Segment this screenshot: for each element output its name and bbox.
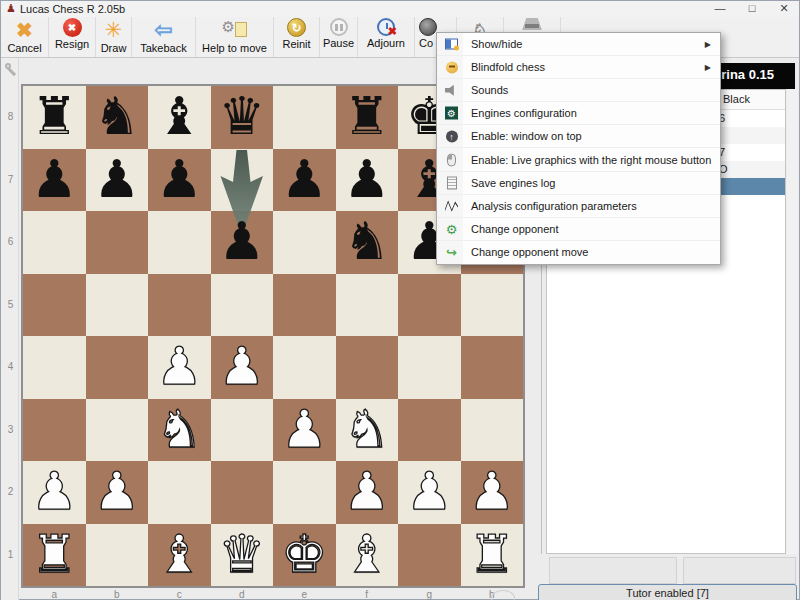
white-clock-box xyxy=(549,557,677,584)
square-g1[interactable] xyxy=(398,524,461,587)
toolbar-button-label: Reinit xyxy=(282,38,310,50)
square-f6[interactable]: ♞ xyxy=(336,211,399,274)
square-a6[interactable] xyxy=(23,211,86,274)
white-piece-n[interactable]: ♞ xyxy=(336,399,399,462)
black-clock-box xyxy=(683,557,796,584)
square-g2[interactable]: ♟ xyxy=(398,461,461,524)
square-f7[interactable]: ♟ xyxy=(336,149,399,212)
toolbar-button-label: Draw xyxy=(101,42,127,54)
context-menu: Show/hide▶Blindfold chess▶Sounds⚙Engines… xyxy=(436,32,721,265)
menu-item-label: Analysis configuration parameters xyxy=(471,200,637,212)
rank-label-1: 1 xyxy=(4,524,17,587)
takeback-icon: ⇦ xyxy=(152,18,176,41)
gear-green-icon: ⚙ xyxy=(444,221,459,236)
black-piece-p[interactable]: ♟ xyxy=(336,149,399,212)
black-piece-p[interactable]: ♟ xyxy=(86,149,149,212)
square-h2[interactable]: ♟ xyxy=(461,461,524,524)
square-e8[interactable] xyxy=(273,86,336,149)
square-h1[interactable]: ♜ xyxy=(461,524,524,587)
document-icon xyxy=(444,175,459,190)
menu-item-label: Save engines log xyxy=(471,177,555,189)
engine-gear-icon: ⚙ xyxy=(444,106,459,121)
square-f3[interactable]: ♞ xyxy=(336,399,399,462)
square-g3[interactable] xyxy=(398,399,461,462)
app-icon: ♟ xyxy=(6,2,16,15)
wrench-icon[interactable] xyxy=(5,63,19,77)
file-label-g: g xyxy=(398,589,461,600)
scrollbar-strip[interactable] xyxy=(787,89,798,554)
square-e1[interactable]: ♚ xyxy=(273,524,336,587)
mouse-icon xyxy=(444,152,459,167)
menu-item-enable-window-on-top[interactable]: ↑Enable: window on top xyxy=(437,125,720,148)
toolbar-button-label: Takeback xyxy=(140,42,186,54)
black-piece-n[interactable]: ♞ xyxy=(336,211,399,274)
square-d8[interactable]: ♛ xyxy=(211,86,274,149)
square-c5[interactable] xyxy=(148,274,211,337)
white-piece-p[interactable]: ♟ xyxy=(461,461,524,524)
menu-item-change-opponent[interactable]: ⚙Change opponent xyxy=(437,218,720,241)
black-piece-b[interactable]: ♝ xyxy=(148,86,211,149)
square-b1[interactable] xyxy=(86,524,149,587)
black-column-header: Black xyxy=(723,93,750,105)
toolbar-button-label: Adjourn xyxy=(367,37,405,49)
square-b2[interactable]: ♟ xyxy=(86,461,149,524)
white-piece-p[interactable]: ♟ xyxy=(336,461,399,524)
menu-item-label: Sounds xyxy=(471,84,508,96)
square-e6[interactable] xyxy=(273,211,336,274)
square-f5[interactable] xyxy=(336,274,399,337)
rank-label-4: 4 xyxy=(4,336,17,399)
menu-item-engines-configuration[interactable]: ⚙Engines configuration xyxy=(437,102,720,125)
toolbar-button-help-to-move[interactable]: ⚙Help to move xyxy=(196,17,274,57)
white-piece-b[interactable]: ♝ xyxy=(336,524,399,587)
toolbar-button-label: Cancel xyxy=(7,42,41,54)
window-on-top-icon: ↑ xyxy=(444,129,459,144)
square-b6[interactable] xyxy=(86,211,149,274)
rank-label-6: 6 xyxy=(4,211,17,274)
pause-icon xyxy=(330,18,348,36)
square-d6[interactable]: ♟ xyxy=(211,211,274,274)
toolbar-button-label: Resign xyxy=(55,38,89,50)
white-piece-r[interactable]: ♜ xyxy=(23,524,86,587)
window-title: Lucas Chess R 2.05b xyxy=(20,3,125,15)
square-c7[interactable]: ♟ xyxy=(148,149,211,212)
engine-name: rina 0.15 xyxy=(721,67,774,82)
draw-icon: ✳ xyxy=(102,18,126,41)
toolbar-button-label: Pause xyxy=(323,37,354,49)
square-a5[interactable] xyxy=(23,274,86,337)
utilities-icon xyxy=(519,18,545,30)
toolbar-button-takeback[interactable]: ⇦Takeback xyxy=(132,17,196,57)
square-d7[interactable] xyxy=(211,149,274,212)
square-e5[interactable] xyxy=(273,274,336,337)
square-c1[interactable]: ♝ xyxy=(148,524,211,587)
menu-item-show-hide[interactable]: Show/hide▶ xyxy=(437,33,720,56)
rank-label-7: 7 xyxy=(4,149,17,212)
square-e2[interactable] xyxy=(273,461,336,524)
black-piece-p[interactable]: ♟ xyxy=(23,149,86,212)
square-c3[interactable]: ♞ xyxy=(148,399,211,462)
close-button[interactable]: ✕ xyxy=(771,1,797,16)
menu-item-change-opponent-move[interactable]: ↪Change opponent move xyxy=(437,241,720,264)
white-piece-p[interactable]: ♟ xyxy=(273,399,336,462)
white-piece-p[interactable]: ♟ xyxy=(23,461,86,524)
white-piece-p[interactable]: ♟ xyxy=(398,461,461,524)
white-piece-q[interactable]: ♛ xyxy=(211,524,274,587)
tutor-status-bar[interactable]: Tutor enabled [7] xyxy=(538,584,797,600)
square-e3[interactable]: ♟ xyxy=(273,399,336,462)
square-a7[interactable]: ♟ xyxy=(23,149,86,212)
adjourn-icon xyxy=(377,18,395,36)
square-d2[interactable] xyxy=(211,461,274,524)
arrow-green-icon: ↪ xyxy=(444,245,459,260)
square-g5[interactable] xyxy=(398,274,461,337)
white-piece-p[interactable]: ♟ xyxy=(86,461,149,524)
white-piece-b[interactable]: ♝ xyxy=(148,524,211,587)
square-b4[interactable] xyxy=(86,336,149,399)
file-label-f: f xyxy=(336,589,399,600)
square-f2[interactable]: ♟ xyxy=(336,461,399,524)
square-h4[interactable] xyxy=(461,336,524,399)
white-piece-p[interactable]: ♟ xyxy=(211,336,274,399)
file-label-c: c xyxy=(148,589,211,600)
white-piece-p[interactable]: ♟ xyxy=(148,336,211,399)
menu-item-blindfold-chess[interactable]: Blindfold chess▶ xyxy=(437,56,720,79)
menu-item-enable-live-graphics-with-the-right-mouse-button[interactable]: Enable: Live graphics with the right mou… xyxy=(437,148,720,171)
black-piece-q[interactable]: ♛ xyxy=(211,86,274,149)
square-b3[interactable] xyxy=(86,399,149,462)
rank-label-3: 3 xyxy=(4,399,17,462)
waveform-icon xyxy=(444,198,459,213)
square-b5[interactable] xyxy=(86,274,149,337)
menu-item-save-engines-log[interactable]: Save engines log xyxy=(437,172,720,195)
config-icon xyxy=(419,18,437,36)
menu-item-label: Change opponent move xyxy=(471,246,588,258)
white-piece-n[interactable]: ♞ xyxy=(148,399,211,462)
black-piece-r[interactable]: ♜ xyxy=(23,86,86,149)
rank-label-2: 2 xyxy=(4,461,17,524)
toolbar-button-cancel[interactable]: ✖Cancel xyxy=(1,17,49,57)
square-h5[interactable] xyxy=(461,274,524,337)
square-a3[interactable] xyxy=(23,399,86,462)
file-label-a: a xyxy=(23,589,86,600)
white-piece-k[interactable]: ♚ xyxy=(273,524,336,587)
black-piece-r[interactable]: ♜ xyxy=(336,86,399,149)
square-c4[interactable]: ♟ xyxy=(148,336,211,399)
file-label-e: e xyxy=(273,589,336,600)
rank-label-8: 8 xyxy=(4,86,17,149)
square-d1[interactable]: ♛ xyxy=(211,524,274,587)
square-e7[interactable]: ♟ xyxy=(273,149,336,212)
square-a4[interactable] xyxy=(23,336,86,399)
reinit-icon: ↻ xyxy=(287,18,306,37)
square-d3[interactable] xyxy=(211,399,274,462)
toolbar-button-draw[interactable]: ✳Draw xyxy=(96,17,132,57)
file-label-b: b xyxy=(86,589,149,600)
square-c8[interactable]: ♝ xyxy=(148,86,211,149)
square-a1[interactable]: ♜ xyxy=(23,524,86,587)
black-piece-p[interactable]: ♟ xyxy=(148,149,211,212)
square-f1[interactable]: ♝ xyxy=(336,524,399,587)
cancel-icon: ✖ xyxy=(13,18,37,41)
menu-item-label: Enable: window on top xyxy=(471,130,582,142)
square-h3[interactable] xyxy=(461,399,524,462)
help-to-move-icon: ⚙ xyxy=(223,18,247,41)
app-window: ♟ Lucas Chess R 2.05b — □ ✕ ✖Cancel✖Resi… xyxy=(0,0,800,600)
resign-icon: ✖ xyxy=(63,18,82,37)
toolbar-button-adjourn[interactable]: Adjourn xyxy=(358,17,415,57)
toolbar-button-resign[interactable]: ✖Resign xyxy=(49,17,96,57)
white-piece-r[interactable]: ♜ xyxy=(461,524,524,587)
square-a2[interactable]: ♟ xyxy=(23,461,86,524)
toolbar-button-label: Co xyxy=(419,37,433,49)
menu-item-label: Blindfold chess xyxy=(471,61,545,73)
blindfold-icon xyxy=(444,60,459,75)
panels-icon xyxy=(444,37,459,52)
square-f8[interactable]: ♜ xyxy=(336,86,399,149)
square-d4[interactable]: ♟ xyxy=(211,336,274,399)
square-f4[interactable] xyxy=(336,336,399,399)
menu-item-analysis-configuration-parameters[interactable]: Analysis configuration parameters xyxy=(437,195,720,218)
rank-label-5: 5 xyxy=(4,274,17,337)
square-c6[interactable] xyxy=(148,211,211,274)
square-a8[interactable]: ♜ xyxy=(23,86,86,149)
submenu-arrow-icon: ▶ xyxy=(705,40,711,49)
submenu-arrow-icon: ▶ xyxy=(705,63,711,72)
black-piece-p[interactable]: ♟ xyxy=(273,149,336,212)
square-g4[interactable] xyxy=(398,336,461,399)
toolbar-button-reinit[interactable]: ↻Reinit xyxy=(274,17,320,57)
square-b8[interactable]: ♞ xyxy=(86,86,149,149)
menu-item-label: Show/hide xyxy=(471,38,522,50)
file-label-d: d xyxy=(211,589,274,600)
square-b7[interactable]: ♟ xyxy=(86,149,149,212)
menu-item-label: Change opponent xyxy=(471,223,558,235)
minimize-button[interactable]: — xyxy=(707,1,733,16)
square-c2[interactable] xyxy=(148,461,211,524)
menu-item-sounds[interactable]: Sounds xyxy=(437,79,720,102)
maximize-button[interactable]: □ xyxy=(739,1,765,16)
black-piece-n[interactable]: ♞ xyxy=(86,86,149,149)
speaker-icon xyxy=(444,83,459,98)
toolbar-button-label: Help to move xyxy=(202,42,267,54)
title-bar: ♟ Lucas Chess R 2.05b — □ ✕ xyxy=(1,1,799,17)
board-corner-decoration xyxy=(491,590,515,600)
square-d5[interactable] xyxy=(211,274,274,337)
toolbar-button-pause[interactable]: Pause xyxy=(320,17,358,57)
black-piece-p[interactable]: ♟ xyxy=(211,211,274,274)
menu-item-label: Engines configuration xyxy=(471,107,577,119)
square-e4[interactable] xyxy=(273,336,336,399)
menu-item-label: Enable: Live graphics with the right mou… xyxy=(471,154,711,166)
